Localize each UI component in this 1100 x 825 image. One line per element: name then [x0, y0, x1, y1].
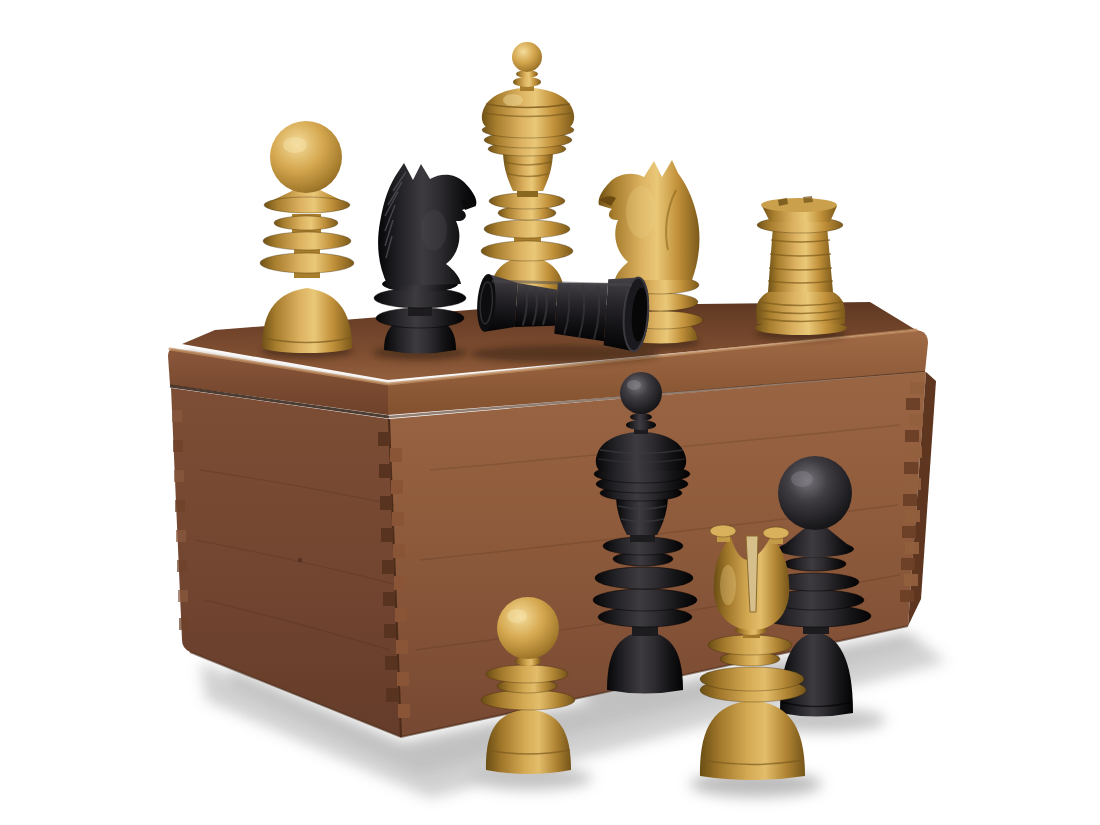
scene-svg [0, 0, 1100, 825]
white-pawn-on-box [260, 121, 354, 353]
chess-set-photo [0, 0, 1100, 825]
